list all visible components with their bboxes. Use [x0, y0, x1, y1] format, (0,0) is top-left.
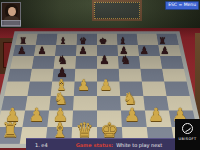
square-h5[interactable]	[162, 68, 187, 81]
square-g6[interactable]	[139, 56, 162, 68]
white-rook[interactable]: ♜	[1, 120, 19, 140]
square-g5[interactable]	[140, 68, 164, 81]
status-bar: 1. e4 Game status: White to play next	[26, 138, 200, 150]
game-scene: ♜♝♛♚♝♜♟♟♟♟♟♟♞♟♞♟♝♟♟♞♞♟♟♟♟♟♟♜♝♛♚♜ ESC = M…	[0, 0, 200, 150]
white-queen[interactable]: ♛	[76, 120, 94, 140]
portrait-face	[8, 7, 16, 16]
square-b5[interactable]	[30, 68, 54, 81]
square-a6[interactable]	[10, 56, 34, 68]
square-d3[interactable]	[73, 96, 97, 111]
square-a4[interactable]	[4, 82, 29, 96]
white-bishop[interactable]: ♝	[51, 120, 69, 140]
black-pawn[interactable]: ♟	[17, 46, 26, 56]
square-h6[interactable]	[160, 56, 184, 68]
square-a5[interactable]	[7, 68, 32, 81]
square-b6[interactable]	[32, 56, 55, 68]
square-g8[interactable]	[137, 34, 159, 45]
white-pawn[interactable]: ♟	[124, 106, 140, 124]
black-king[interactable]: ♚	[99, 37, 107, 46]
portrait-caption	[1, 20, 21, 26]
esc-menu-badge[interactable]: ESC = Menu	[165, 1, 199, 10]
white-pawn[interactable]: ♟	[148, 106, 164, 124]
black-pawn[interactable]: ♟	[38, 46, 47, 56]
black-pawn[interactable]: ♟	[140, 46, 149, 56]
black-pawn[interactable]: ♟	[160, 46, 169, 56]
square-b4[interactable]	[28, 82, 53, 96]
square-h4[interactable]	[164, 82, 189, 96]
black-pawn[interactable]: ♟	[79, 46, 88, 56]
brand-plate: UBISOFT	[175, 119, 200, 150]
square-g4[interactable]	[142, 82, 167, 96]
ubisoft-swirl-icon	[183, 125, 191, 132]
square-b8[interactable]	[36, 34, 58, 45]
white-pawn[interactable]: ♟	[28, 106, 44, 124]
square-d6[interactable]	[75, 56, 97, 68]
white-pawn[interactable]: ♟	[77, 78, 90, 93]
white-pawn[interactable]: ♟	[100, 78, 113, 93]
status-text: White to play next	[116, 142, 162, 148]
square-e3[interactable]	[97, 96, 121, 111]
brand-text: UBISOFT	[179, 137, 197, 141]
status-label: Game status:	[76, 142, 114, 148]
square-f5[interactable]	[119, 68, 142, 81]
ubisoft-logo-icon	[182, 123, 193, 134]
black-bishop[interactable]: ♝	[59, 37, 67, 46]
black-pawn[interactable]: ♟	[99, 55, 109, 67]
white-king[interactable]: ♚	[100, 120, 118, 140]
move-text: 1. e4	[35, 142, 48, 148]
black-knight[interactable]: ♞	[120, 55, 130, 67]
